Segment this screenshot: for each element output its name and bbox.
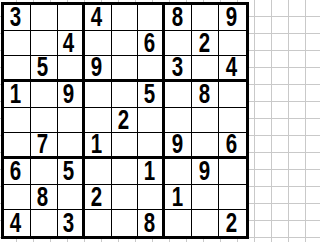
cell-r8c5[interactable]	[112, 185, 139, 211]
cell-r2c7[interactable]	[165, 31, 192, 57]
cell-r8c2[interactable]: 8	[31, 185, 58, 211]
cell-r3c9[interactable]: 4	[219, 56, 246, 82]
cell-r1c6[interactable]	[138, 5, 165, 31]
given-digit: 2	[118, 108, 129, 134]
given-digit: 1	[144, 159, 155, 185]
given-digit: 4	[226, 56, 237, 81]
cell-r9c7[interactable]	[165, 210, 192, 236]
cell-r9c5[interactable]	[112, 210, 139, 236]
cell-r1c1[interactable]: 3	[4, 5, 31, 31]
cell-r9c3[interactable]: 3	[58, 210, 85, 236]
cell-r8c3[interactable]	[58, 185, 85, 211]
given-digit: 4	[91, 5, 102, 31]
cell-r4c4[interactable]	[85, 82, 112, 108]
cell-r5c6[interactable]	[138, 108, 165, 134]
given-digit: 3	[10, 5, 21, 31]
cell-r4c7[interactable]	[165, 82, 192, 108]
cell-r2c5[interactable]	[112, 31, 139, 57]
given-digit: 3	[63, 210, 74, 236]
cell-r1c7[interactable]: 8	[165, 5, 192, 31]
cell-r4c6[interactable]: 5	[138, 82, 165, 108]
cell-r7c5[interactable]	[112, 159, 139, 185]
given-digit: 8	[172, 5, 183, 31]
cell-r4c8[interactable]: 8	[192, 82, 219, 108]
cell-r6c4[interactable]: 1	[85, 133, 112, 159]
cell-r8c8[interactable]	[192, 185, 219, 211]
given-digit: 8	[37, 185, 48, 211]
cell-r5c2[interactable]	[31, 108, 58, 134]
cell-r5c1[interactable]	[4, 108, 31, 134]
cell-r6c5[interactable]	[112, 133, 139, 159]
given-digit: 4	[10, 210, 21, 236]
cell-r6c3[interactable]	[58, 133, 85, 159]
cell-r3c7[interactable]: 3	[165, 56, 192, 82]
cell-r1c8[interactable]	[192, 5, 219, 31]
cell-r9c9[interactable]: 2	[219, 210, 246, 236]
given-digit: 9	[91, 56, 102, 81]
given-digit: 3	[172, 56, 183, 81]
cell-r1c3[interactable]	[58, 5, 85, 31]
given-digit: 9	[172, 133, 183, 158]
given-digit: 5	[144, 82, 155, 108]
cell-r1c9[interactable]: 9	[219, 5, 246, 31]
cell-r7c8[interactable]: 9	[192, 159, 219, 185]
cell-r5c3[interactable]	[58, 108, 85, 134]
cell-r2c6[interactable]: 6	[138, 31, 165, 57]
cell-r3c2[interactable]: 5	[31, 56, 58, 82]
cell-r6c6[interactable]	[138, 133, 165, 159]
cell-r3c3[interactable]	[58, 56, 85, 82]
given-digit: 9	[226, 5, 237, 31]
cell-r3c1[interactable]	[4, 56, 31, 82]
cell-r8c4[interactable]: 2	[85, 185, 112, 211]
cell-r9c2[interactable]	[31, 210, 58, 236]
cell-r9c1[interactable]: 4	[4, 210, 31, 236]
cell-r5c9[interactable]	[219, 108, 246, 134]
cell-r8c7[interactable]: 1	[165, 185, 192, 211]
given-digit: 2	[198, 31, 209, 57]
cell-r1c5[interactable]	[112, 5, 139, 31]
cell-r9c4[interactable]	[85, 210, 112, 236]
cell-r3c5[interactable]	[112, 56, 139, 82]
cell-r8c1[interactable]	[4, 185, 31, 211]
sudoku-board: 3489462593419582719665198214382	[1, 2, 249, 239]
given-digit: 5	[63, 159, 74, 185]
cell-r2c1[interactable]	[4, 31, 31, 57]
cell-r2c8[interactable]: 2	[192, 31, 219, 57]
cell-r4c3[interactable]: 9	[58, 82, 85, 108]
cell-r2c2[interactable]	[31, 31, 58, 57]
given-digit: 8	[144, 210, 155, 236]
cell-r4c9[interactable]	[219, 82, 246, 108]
given-digit: 5	[37, 56, 48, 81]
cell-r6c1[interactable]	[4, 133, 31, 159]
cell-r7c9[interactable]	[219, 159, 246, 185]
cell-r4c5[interactable]	[112, 82, 139, 108]
cell-r6c8[interactable]	[192, 133, 219, 159]
cell-r7c4[interactable]	[85, 159, 112, 185]
cell-r7c3[interactable]: 5	[58, 159, 85, 185]
given-digit: 1	[10, 82, 21, 108]
cell-r3c8[interactable]	[192, 56, 219, 82]
cell-r7c6[interactable]: 1	[138, 159, 165, 185]
cell-r5c8[interactable]	[192, 108, 219, 134]
cell-r9c6[interactable]: 8	[138, 210, 165, 236]
given-digit: 1	[91, 133, 102, 158]
cell-r2c4[interactable]	[85, 31, 112, 57]
cell-r6c9[interactable]: 6	[219, 133, 246, 159]
cell-r9c8[interactable]	[192, 210, 219, 236]
cell-r6c2[interactable]: 7	[31, 133, 58, 159]
cell-r8c9[interactable]	[219, 185, 246, 211]
cell-r4c2[interactable]	[31, 82, 58, 108]
given-digit: 2	[226, 210, 237, 236]
cell-r2c9[interactable]	[219, 31, 246, 57]
given-digit: 6	[144, 31, 155, 57]
given-digit: 4	[63, 31, 74, 57]
cell-r4c1[interactable]: 1	[4, 82, 31, 108]
given-digit: 6	[226, 133, 237, 158]
cell-r7c1[interactable]: 6	[4, 159, 31, 185]
cell-r7c7[interactable]	[165, 159, 192, 185]
cell-r3c4[interactable]: 9	[85, 56, 112, 82]
cell-r5c4[interactable]	[85, 108, 112, 134]
given-digit: 2	[91, 185, 102, 211]
cell-r8c6[interactable]	[138, 185, 165, 211]
cell-r5c5[interactable]: 2	[112, 108, 139, 134]
cell-r7c2[interactable]	[31, 159, 58, 185]
cell-r2c3[interactable]: 4	[58, 31, 85, 57]
given-digit: 1	[172, 185, 183, 211]
cell-r5c7[interactable]	[165, 108, 192, 134]
given-digit: 9	[63, 82, 74, 108]
spreadsheet-background: { "game": "sudoku", "grid_size": "9x9", …	[0, 0, 250, 242]
cell-r1c2[interactable]	[31, 5, 58, 31]
cell-r3c6[interactable]	[138, 56, 165, 82]
cell-r6c7[interactable]: 9	[165, 133, 192, 159]
given-digit: 7	[37, 133, 48, 158]
cell-r1c4[interactable]: 4	[85, 5, 112, 31]
given-digit: 8	[198, 82, 209, 108]
given-digit: 6	[10, 159, 21, 185]
given-digit: 9	[198, 159, 209, 185]
